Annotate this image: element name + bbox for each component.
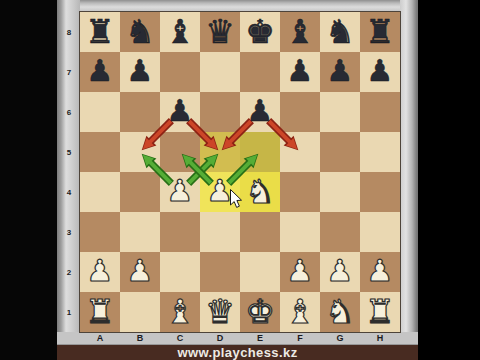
square-f8[interactable]: ♝: [280, 12, 320, 52]
white-bishop-c1[interactable]: ♝: [160, 291, 200, 331]
square-b2[interactable]: ♟: [120, 252, 160, 292]
white-pawn-b2[interactable]: ♟: [120, 251, 160, 291]
square-h4[interactable]: [360, 172, 400, 212]
square-b4[interactable]: [120, 172, 160, 212]
square-e1[interactable]: ♚: [240, 292, 280, 332]
square-f4[interactable]: [280, 172, 320, 212]
square-e6[interactable]: ♟: [240, 92, 280, 132]
black-knight-g8[interactable]: ♞: [320, 11, 360, 51]
square-g1[interactable]: ♞: [320, 292, 360, 332]
square-d2[interactable]: [200, 252, 240, 292]
rank-label-3: 3: [59, 212, 79, 252]
square-e8[interactable]: ♚: [240, 12, 280, 52]
square-a7[interactable]: ♟: [80, 52, 120, 92]
square-b3[interactable]: [120, 212, 160, 252]
rank-label-2: 2: [59, 252, 79, 292]
black-pawn-h7[interactable]: ♟: [360, 51, 400, 91]
black-bishop-f8[interactable]: ♝: [280, 11, 320, 51]
letterbox-left: [0, 0, 57, 360]
rank-label-8: 8: [59, 12, 79, 52]
rank-label-7: 7: [59, 52, 79, 92]
black-rook-a8[interactable]: ♜: [80, 11, 120, 51]
square-c2[interactable]: [160, 252, 200, 292]
square-h2[interactable]: ♟: [360, 252, 400, 292]
square-c7[interactable]: [160, 52, 200, 92]
black-queen-d8[interactable]: ♛: [200, 11, 240, 51]
square-e2[interactable]: [240, 252, 280, 292]
square-d4[interactable]: ♟: [200, 172, 240, 212]
white-pawn-a2[interactable]: ♟: [80, 251, 120, 291]
white-rook-h1[interactable]: ♜: [360, 291, 400, 331]
black-bishop-c8[interactable]: ♝: [160, 11, 200, 51]
square-h5[interactable]: [360, 132, 400, 172]
black-pawn-g7[interactable]: ♟: [320, 51, 360, 91]
chess-gui: ♜♞♝♛♚♝♞♜♟♟♟♟♟♟♟♟♟♞♟♟♟♟♟♜♝♛♚♝♞♜ 87654321 …: [57, 0, 418, 360]
watermark-bar: www.playchess.kz: [57, 344, 418, 360]
rank-label-5: 5: [59, 132, 79, 172]
white-pawn-d4[interactable]: ♟: [200, 171, 240, 211]
square-e5[interactable]: [240, 132, 280, 172]
square-h6[interactable]: [360, 92, 400, 132]
square-a3[interactable]: [80, 212, 120, 252]
white-pawn-h2[interactable]: ♟: [360, 251, 400, 291]
white-bishop-f1[interactable]: ♝: [280, 291, 320, 331]
white-knight-g1[interactable]: ♞: [320, 291, 360, 331]
square-h3[interactable]: [360, 212, 400, 252]
square-c1[interactable]: ♝: [160, 292, 200, 332]
square-a2[interactable]: ♟: [80, 252, 120, 292]
square-f3[interactable]: [280, 212, 320, 252]
square-f1[interactable]: ♝: [280, 292, 320, 332]
rank-label-6: 6: [59, 92, 79, 132]
white-pawn-g2[interactable]: ♟: [320, 251, 360, 291]
square-g5[interactable]: [320, 132, 360, 172]
square-e4[interactable]: ♞: [240, 172, 280, 212]
square-c6[interactable]: ♟: [160, 92, 200, 132]
white-pawn-f2[interactable]: ♟: [280, 251, 320, 291]
rank-label-4: 4: [59, 172, 79, 212]
white-pawn-c4[interactable]: ♟: [160, 171, 200, 211]
square-b8[interactable]: ♞: [120, 12, 160, 52]
square-h1[interactable]: ♜: [360, 292, 400, 332]
square-f7[interactable]: ♟: [280, 52, 320, 92]
black-pawn-f7[interactable]: ♟: [280, 51, 320, 91]
square-b1[interactable]: [120, 292, 160, 332]
white-knight-e4[interactable]: ♞: [240, 171, 280, 211]
square-e7[interactable]: [240, 52, 280, 92]
square-g2[interactable]: ♟: [320, 252, 360, 292]
square-d6[interactable]: [200, 92, 240, 132]
white-queen-d1[interactable]: ♛: [200, 291, 240, 331]
board-frame-right: [400, 0, 418, 345]
square-d1[interactable]: ♛: [200, 292, 240, 332]
square-g4[interactable]: [320, 172, 360, 212]
square-f2[interactable]: ♟: [280, 252, 320, 292]
white-king-e1[interactable]: ♚: [240, 291, 280, 331]
square-d8[interactable]: ♛: [200, 12, 240, 52]
square-a4[interactable]: [80, 172, 120, 212]
black-pawn-a7[interactable]: ♟: [80, 51, 120, 91]
black-pawn-c6[interactable]: ♟: [160, 91, 200, 131]
square-h7[interactable]: ♟: [360, 52, 400, 92]
white-rook-a1[interactable]: ♜: [80, 291, 120, 331]
black-pawn-e6[interactable]: ♟: [240, 91, 280, 131]
square-g6[interactable]: [320, 92, 360, 132]
square-g7[interactable]: ♟: [320, 52, 360, 92]
square-f5[interactable]: [280, 132, 320, 172]
square-h8[interactable]: ♜: [360, 12, 400, 52]
square-c4[interactable]: ♟: [160, 172, 200, 212]
square-c5[interactable]: [160, 132, 200, 172]
watermark-text: www.playchess.kz: [177, 345, 297, 360]
square-e3[interactable]: [240, 212, 280, 252]
square-d7[interactable]: [200, 52, 240, 92]
square-d3[interactable]: [200, 212, 240, 252]
square-c8[interactable]: ♝: [160, 12, 200, 52]
square-a6[interactable]: [80, 92, 120, 132]
square-g8[interactable]: ♞: [320, 12, 360, 52]
black-rook-h8[interactable]: ♜: [360, 11, 400, 51]
square-b5[interactable]: [120, 132, 160, 172]
video-frame: ♜♞♝♛♚♝♞♜♟♟♟♟♟♟♟♟♟♞♟♟♟♟♟♜♝♛♚♝♞♜ 87654321 …: [0, 0, 480, 360]
black-king-e8[interactable]: ♚: [240, 11, 280, 51]
square-a8[interactable]: ♜: [80, 12, 120, 52]
square-d5[interactable]: [200, 132, 240, 172]
black-knight-b8[interactable]: ♞: [120, 11, 160, 51]
square-b6[interactable]: [120, 92, 160, 132]
chess-board[interactable]: ♜♞♝♛♚♝♞♜♟♟♟♟♟♟♟♟♟♞♟♟♟♟♟♜♝♛♚♝♞♜: [80, 12, 400, 332]
letterbox-right: [418, 0, 480, 360]
square-a5[interactable]: [80, 132, 120, 172]
square-g3[interactable]: [320, 212, 360, 252]
black-pawn-b7[interactable]: ♟: [120, 51, 160, 91]
square-f6[interactable]: [280, 92, 320, 132]
rank-label-1: 1: [59, 292, 79, 332]
square-b7[interactable]: ♟: [120, 52, 160, 92]
square-c3[interactable]: [160, 212, 200, 252]
square-a1[interactable]: ♜: [80, 292, 120, 332]
